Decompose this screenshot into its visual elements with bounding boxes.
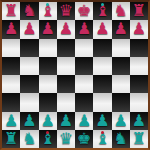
chess-board-frame: ♜♞♝♛♚♝♞♜♟♟♟♟♟♟♟♟♟♟♟♟♟♟♟♟♜♞♝♛♚♝♞♜ [0,0,150,150]
square-d3[interactable] [57,93,75,111]
square-d6[interactable] [57,39,75,57]
square-b2[interactable]: ♟ [20,112,38,130]
square-e4[interactable] [75,75,93,93]
teal-pawn[interactable]: ♟ [130,112,148,130]
square-e1[interactable]: ♚ [75,130,93,148]
pink-queen[interactable]: ♛ [57,2,75,20]
pink-pawn[interactable]: ♟ [57,20,75,38]
teal-rook[interactable]: ♜ [2,130,20,148]
chess-board: ♜♞♝♛♚♝♞♜♟♟♟♟♟♟♟♟♟♟♟♟♟♟♟♟♜♞♝♛♚♝♞♜ [2,2,148,148]
square-f2[interactable]: ♟ [93,112,111,130]
teal-pawn[interactable]: ♟ [2,112,20,130]
pink-pawn[interactable]: ♟ [130,20,148,38]
pink-pawn[interactable]: ♟ [112,20,130,38]
square-c4[interactable] [39,75,57,93]
square-f3[interactable] [93,93,111,111]
square-f5[interactable] [93,57,111,75]
pink-pawn[interactable]: ♟ [75,20,93,38]
square-d7[interactable]: ♟ [57,20,75,38]
square-h1[interactable]: ♜ [130,130,148,148]
teal-knight[interactable]: ♞ [112,130,130,148]
teal-pawn[interactable]: ♟ [93,112,111,130]
teal-rook[interactable]: ♜ [130,130,148,148]
square-c7[interactable]: ♟ [39,20,57,38]
square-c8[interactable]: ♝ [39,2,57,20]
pink-knight[interactable]: ♞ [20,2,38,20]
square-a7[interactable]: ♟ [2,20,20,38]
square-b1[interactable]: ♞ [20,130,38,148]
square-b7[interactable]: ♟ [20,20,38,38]
square-e5[interactable] [75,57,93,75]
square-g3[interactable] [112,93,130,111]
square-e2[interactable]: ♟ [75,112,93,130]
square-g5[interactable] [112,57,130,75]
square-g1[interactable]: ♞ [112,130,130,148]
square-g2[interactable]: ♟ [112,112,130,130]
square-g8[interactable]: ♞ [112,2,130,20]
square-c1[interactable]: ♝ [39,130,57,148]
teal-pawn[interactable]: ♟ [20,112,38,130]
square-a4[interactable] [2,75,20,93]
square-h4[interactable] [130,75,148,93]
square-c6[interactable] [39,39,57,57]
square-f6[interactable] [93,39,111,57]
pink-pawn[interactable]: ♟ [20,20,38,38]
teal-bishop[interactable]: ♝ [39,130,57,148]
square-b3[interactable] [20,93,38,111]
square-a1[interactable]: ♜ [2,130,20,148]
teal-bishop-tip-icon [46,131,49,134]
square-a8[interactable]: ♜ [2,2,20,20]
square-f4[interactable] [93,75,111,93]
square-d2[interactable]: ♟ [57,112,75,130]
square-e6[interactable] [75,39,93,57]
square-d1[interactable]: ♛ [57,130,75,148]
pink-rook[interactable]: ♜ [130,2,148,20]
square-e7[interactable]: ♟ [75,20,93,38]
square-f1[interactable]: ♝ [93,130,111,148]
pink-king[interactable]: ♚ [75,2,93,20]
square-d8[interactable]: ♛ [57,2,75,20]
square-b4[interactable] [20,75,38,93]
teal-bishop[interactable]: ♝ [93,130,111,148]
pink-pawn[interactable]: ♟ [39,20,57,38]
square-c2[interactable]: ♟ [39,112,57,130]
square-a3[interactable] [2,93,20,111]
square-f7[interactable]: ♟ [93,20,111,38]
square-g6[interactable] [112,39,130,57]
square-e8[interactable]: ♚ [75,2,93,20]
teal-knight[interactable]: ♞ [20,130,38,148]
teal-pawn[interactable]: ♟ [75,112,93,130]
pink-pawn[interactable]: ♟ [2,20,20,38]
pink-pawn[interactable]: ♟ [93,20,111,38]
square-h2[interactable]: ♟ [130,112,148,130]
square-h3[interactable] [130,93,148,111]
pink-bishop-tip-icon [46,3,49,6]
square-h8[interactable]: ♜ [130,2,148,20]
pink-knight[interactable]: ♞ [112,2,130,20]
square-c3[interactable] [39,93,57,111]
square-e3[interactable] [75,93,93,111]
square-h5[interactable] [130,57,148,75]
pink-rook[interactable]: ♜ [2,2,20,20]
square-d4[interactable] [57,75,75,93]
pink-bishop-tip-icon [101,3,104,6]
teal-pawn[interactable]: ♟ [112,112,130,130]
square-f8[interactable]: ♝ [93,2,111,20]
teal-bishop-tip-icon [101,131,104,134]
teal-queen[interactable]: ♛ [57,130,75,148]
teal-pawn[interactable]: ♟ [39,112,57,130]
square-d5[interactable] [57,57,75,75]
teal-pawn[interactable]: ♟ [57,112,75,130]
square-h7[interactable]: ♟ [130,20,148,38]
square-a6[interactable] [2,39,20,57]
square-g7[interactable]: ♟ [112,20,130,38]
square-h6[interactable] [130,39,148,57]
pink-bishop[interactable]: ♝ [93,2,111,20]
teal-king[interactable]: ♚ [75,130,93,148]
square-b8[interactable]: ♞ [20,2,38,20]
square-c5[interactable] [39,57,57,75]
square-a5[interactable] [2,57,20,75]
pink-bishop[interactable]: ♝ [39,2,57,20]
square-b5[interactable] [20,57,38,75]
square-g4[interactable] [112,75,130,93]
square-a2[interactable]: ♟ [2,112,20,130]
square-b6[interactable] [20,39,38,57]
